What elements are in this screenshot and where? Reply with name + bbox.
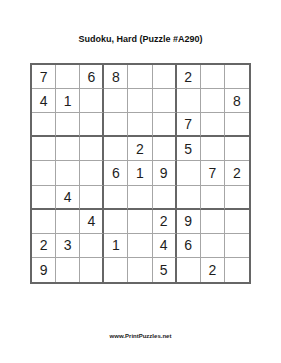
cell-r7c5 [128, 210, 152, 234]
cell-r1c2 [56, 65, 80, 89]
cell-r7c3: 4 [80, 210, 104, 234]
cell-r9c9 [225, 258, 249, 282]
cell-r1c5 [128, 65, 152, 89]
cell-r5c2 [56, 161, 80, 185]
cell-r6c7 [177, 186, 201, 210]
cell-r5c8: 7 [201, 161, 225, 185]
cell-r5c6: 9 [153, 161, 177, 185]
cell-r8c3 [80, 234, 104, 258]
cell-r8c7: 6 [177, 234, 201, 258]
cell-r9c2 [56, 258, 80, 282]
cell-r9c5 [128, 258, 152, 282]
cell-r1c3: 6 [80, 65, 104, 89]
cell-r5c9: 2 [225, 161, 249, 185]
cell-r5c1 [32, 161, 56, 185]
cell-r7c7: 9 [177, 210, 201, 234]
cell-r2c9: 8 [225, 89, 249, 113]
cell-r2c4 [104, 89, 128, 113]
cell-r2c1: 4 [32, 89, 56, 113]
cell-r6c1 [32, 186, 56, 210]
cell-r4c5: 2 [128, 137, 152, 161]
cell-r5c4: 6 [104, 161, 128, 185]
cell-r5c3 [80, 161, 104, 185]
cell-r6c5 [128, 186, 152, 210]
cell-r4c3 [80, 137, 104, 161]
cell-r5c7 [177, 161, 201, 185]
cell-r9c8: 2 [201, 258, 225, 282]
cell-r2c5 [128, 89, 152, 113]
puzzle-title: Sudoku, Hard (Puzzle #A290) [0, 34, 281, 44]
cell-r1c7: 2 [177, 65, 201, 89]
cell-r7c9 [225, 210, 249, 234]
cell-r6c3 [80, 186, 104, 210]
cell-r2c2: 1 [56, 89, 80, 113]
cell-r5c5: 1 [128, 161, 152, 185]
cell-r3c1 [32, 113, 56, 137]
cell-r3c5 [128, 113, 152, 137]
cell-r2c8 [201, 89, 225, 113]
cell-r7c6: 2 [153, 210, 177, 234]
cell-r4c6 [153, 137, 177, 161]
cell-r2c3 [80, 89, 104, 113]
cell-r6c6 [153, 186, 177, 210]
footer-url: www.PrintPuzzles.net [0, 333, 281, 339]
cell-r7c8 [201, 210, 225, 234]
cell-r7c2 [56, 210, 80, 234]
sudoku-page: Sudoku, Hard (Puzzle #A290) 768241872561… [0, 0, 281, 363]
cell-r4c1 [32, 137, 56, 161]
cell-r3c2 [56, 113, 80, 137]
cell-r1c6 [153, 65, 177, 89]
cell-r1c9 [225, 65, 249, 89]
cell-r9c4 [104, 258, 128, 282]
cell-r6c9 [225, 186, 249, 210]
cell-r8c2: 3 [56, 234, 80, 258]
cell-r3c9 [225, 113, 249, 137]
cell-r6c2: 4 [56, 186, 80, 210]
cell-r3c7: 7 [177, 113, 201, 137]
cell-r4c2 [56, 137, 80, 161]
sudoku-grid: 768241872561972442923146952 [30, 63, 251, 284]
cell-r2c6 [153, 89, 177, 113]
cell-r2c7 [177, 89, 201, 113]
cell-r1c1: 7 [32, 65, 56, 89]
cell-r4c9 [225, 137, 249, 161]
cell-r4c4 [104, 137, 128, 161]
cell-r6c8 [201, 186, 225, 210]
cell-r3c8 [201, 113, 225, 137]
cell-r4c8 [201, 137, 225, 161]
cell-r8c5 [128, 234, 152, 258]
cell-r3c4 [104, 113, 128, 137]
cell-r6c4 [104, 186, 128, 210]
cell-r8c9 [225, 234, 249, 258]
cell-r8c4: 1 [104, 234, 128, 258]
cell-r9c3 [80, 258, 104, 282]
cell-r8c8 [201, 234, 225, 258]
cell-r7c4 [104, 210, 128, 234]
cell-r9c7 [177, 258, 201, 282]
cell-r7c1 [32, 210, 56, 234]
cell-r8c6: 4 [153, 234, 177, 258]
cell-r9c1: 9 [32, 258, 56, 282]
cell-r3c6 [153, 113, 177, 137]
cell-r1c8 [201, 65, 225, 89]
cell-r3c3 [80, 113, 104, 137]
cell-r4c7: 5 [177, 137, 201, 161]
cell-r1c4: 8 [104, 65, 128, 89]
cell-r8c1: 2 [32, 234, 56, 258]
cell-r9c6: 5 [153, 258, 177, 282]
